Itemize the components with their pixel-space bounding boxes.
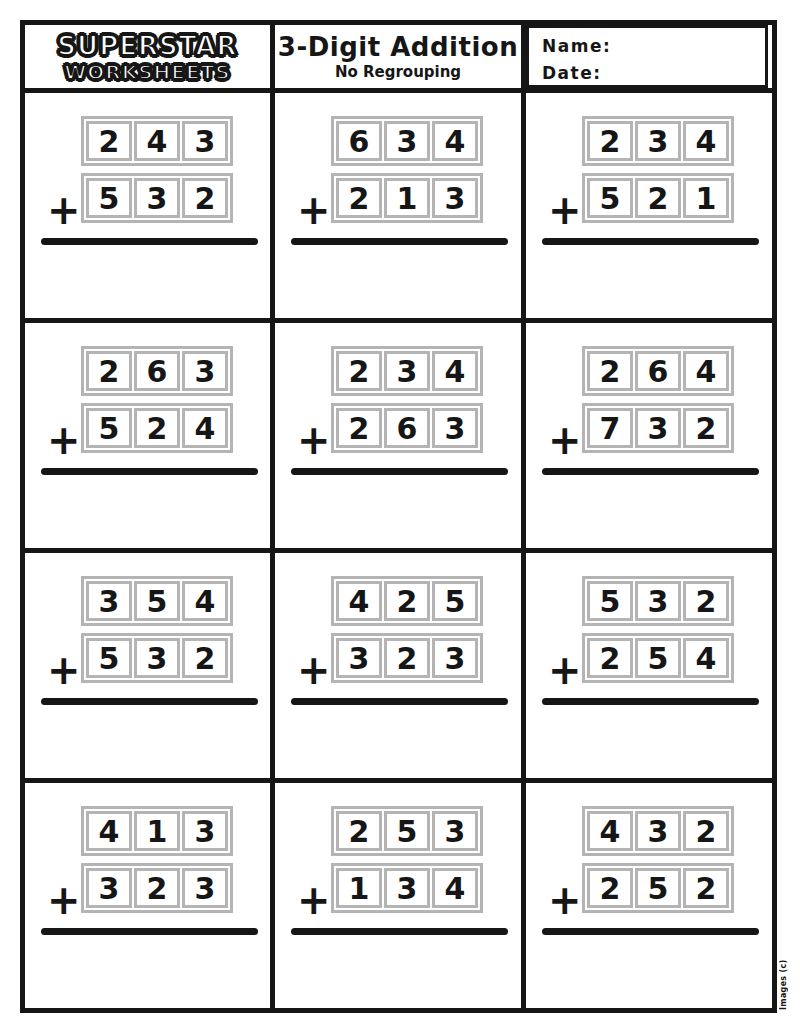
digit-cell: 3: [86, 868, 132, 908]
digit-cell: 3: [432, 178, 478, 218]
digit-cell: 2: [134, 868, 180, 908]
addition-problem: 6 3 4 2 1 3 +: [291, 116, 508, 245]
answer-line: [542, 698, 759, 705]
logo-superstar-text: SUPERSTAR: [57, 31, 237, 61]
answer-line: [41, 238, 258, 245]
addend-bottom-box: 2 5 4: [582, 633, 734, 683]
digit-cell: 4: [182, 581, 228, 621]
digit-cell: 4: [432, 121, 478, 161]
digit-cell: 2: [587, 121, 633, 161]
answer-line: [41, 928, 258, 935]
digit-cell: 5: [86, 638, 132, 678]
addend-top-box: 2 3 4: [582, 116, 734, 166]
digit-cell: 5: [86, 178, 132, 218]
digit-cell: 2: [182, 638, 228, 678]
digit-cell: 3: [384, 351, 430, 391]
answer-line: [291, 698, 508, 705]
digit-cell: 4: [683, 121, 729, 161]
name-date-block: Name: Date:: [526, 25, 772, 88]
problem-cell: 2 3 4 2 6 3 +: [275, 323, 521, 548]
digit-cell: 3: [182, 351, 228, 391]
digit-cell: 2: [683, 868, 729, 908]
problem-cell: 5 3 2 2 5 4 +: [526, 553, 772, 778]
digit-cell: 7: [587, 408, 633, 448]
digit-cell: 3: [182, 121, 228, 161]
addend-bottom-box: 7 3 2: [582, 403, 734, 453]
plus-sign: +: [548, 190, 582, 230]
digit-cell: 5: [86, 408, 132, 448]
addition-problem: 2 6 4 7 3 2 +: [542, 346, 759, 475]
answer-line: [542, 928, 759, 935]
addend-top-box: 2 5 3: [331, 806, 483, 856]
answer-line: [291, 238, 508, 245]
digit-cell: 1: [384, 178, 430, 218]
digit-cell: 2: [86, 351, 132, 391]
digit-cell: 2: [336, 408, 382, 448]
problem-cell: 6 3 4 2 1 3 +: [275, 93, 521, 318]
addition-problem: 5 3 2 2 5 4 +: [542, 576, 759, 705]
name-date-box: Name: Date:: [526, 25, 768, 88]
addition-problem: 2 4 3 5 3 2 +: [41, 116, 258, 245]
addend-top-box: 4 1 3: [81, 806, 233, 856]
answer-line: [291, 468, 508, 475]
addend-top-box: 4 2 5: [331, 576, 483, 626]
digit-cell: 3: [384, 868, 430, 908]
addition-problem: 2 5 3 1 3 4 +: [291, 806, 508, 935]
digit-cell: 6: [635, 351, 681, 391]
plus-sign: +: [47, 650, 81, 690]
plus-sign: +: [297, 650, 331, 690]
addend-bottom-box: 3 2 3: [331, 633, 483, 683]
digit-cell: 2: [134, 408, 180, 448]
plus-sign: +: [297, 190, 331, 230]
digit-cell: 1: [134, 811, 180, 851]
answer-line: [41, 698, 258, 705]
digit-cell: 3: [635, 408, 681, 448]
digit-cell: 4: [182, 408, 228, 448]
addition-problem: 2 6 3 5 2 4 +: [41, 346, 258, 475]
digit-cell: 3: [384, 121, 430, 161]
worksheet-grid: SUPERSTAR WORKSHEETS 3-Digit Addition No…: [20, 20, 777, 1013]
plus-sign: +: [47, 420, 81, 460]
digit-cell: 2: [683, 581, 729, 621]
digit-cell: 2: [587, 351, 633, 391]
problem-cell: 4 3 2 2 5 2 +: [526, 783, 772, 1008]
addend-top-box: 2 6 4: [582, 346, 734, 396]
addend-bottom-box: 5 2 1: [582, 173, 734, 223]
digit-cell: 5: [432, 581, 478, 621]
addend-bottom-box: 1 3 4: [331, 863, 483, 913]
digit-cell: 2: [683, 811, 729, 851]
addition-problem: 4 1 3 3 2 3 +: [41, 806, 258, 935]
digit-cell: 2: [336, 811, 382, 851]
digit-cell: 6: [134, 351, 180, 391]
digit-cell: 2: [587, 868, 633, 908]
worksheet-title: 3-Digit Addition: [278, 32, 518, 62]
addend-top-box: 5 3 2: [582, 576, 734, 626]
digit-cell: 3: [635, 811, 681, 851]
problem-cell: 2 6 4 7 3 2 +: [526, 323, 772, 548]
digit-cell: 2: [384, 581, 430, 621]
addend-bottom-box: 5 2 4: [81, 403, 233, 453]
digit-cell: 5: [134, 581, 180, 621]
digit-cell: 3: [432, 408, 478, 448]
problem-cell: 4 1 3 3 2 3 +: [25, 783, 270, 1008]
digit-cell: 1: [336, 868, 382, 908]
digit-cell: 5: [635, 868, 681, 908]
addition-problem: 2 3 4 2 6 3 +: [291, 346, 508, 475]
digit-cell: 3: [134, 638, 180, 678]
digit-cell: 2: [86, 121, 132, 161]
digit-cell: 3: [432, 638, 478, 678]
plus-sign: +: [297, 880, 331, 920]
answer-line: [542, 468, 759, 475]
digit-cell: 5: [635, 638, 681, 678]
digit-cell: 5: [587, 581, 633, 621]
digit-cell: 2: [587, 638, 633, 678]
digit-cell: 4: [432, 351, 478, 391]
addend-bottom-box: 2 5 2: [582, 863, 734, 913]
digit-cell: 4: [683, 638, 729, 678]
digit-cell: 3: [134, 178, 180, 218]
problem-cell: 3 5 4 5 3 2 +: [25, 553, 270, 778]
addition-problem: 4 2 5 3 2 3 +: [291, 576, 508, 705]
digit-cell: 3: [635, 581, 681, 621]
addend-bottom-box: 5 3 2: [81, 633, 233, 683]
plus-sign: +: [297, 420, 331, 460]
problem-cell: 4 2 5 3 2 3 +: [275, 553, 521, 778]
digit-cell: 5: [384, 811, 430, 851]
digit-cell: 2: [635, 178, 681, 218]
plus-sign: +: [47, 190, 81, 230]
date-label: Date:: [542, 60, 765, 87]
digit-cell: 6: [336, 121, 382, 161]
digit-cell: 3: [635, 121, 681, 161]
worksheet-subtitle: No Regrouping: [335, 63, 461, 81]
name-label: Name:: [542, 33, 765, 60]
logo: SUPERSTAR WORKSHEETS: [25, 25, 270, 88]
digit-cell: 4: [587, 811, 633, 851]
addend-top-box: 6 3 4: [331, 116, 483, 166]
addition-problem: 4 3 2 2 5 2 +: [542, 806, 759, 935]
digit-cell: 1: [683, 178, 729, 218]
digit-cell: 3: [182, 868, 228, 908]
digit-cell: 5: [587, 178, 633, 218]
digit-cell: 6: [384, 408, 430, 448]
digit-cell: 2: [384, 638, 430, 678]
addend-top-box: 2 6 3: [81, 346, 233, 396]
footer-credit: Images (c): [779, 944, 793, 1010]
problem-cell: 2 4 3 5 3 2 +: [25, 93, 270, 318]
digit-cell: 4: [134, 121, 180, 161]
plus-sign: +: [47, 880, 81, 920]
answer-line: [41, 468, 258, 475]
digit-cell: 3: [336, 638, 382, 678]
problem-cell: 2 6 3 5 2 4 +: [25, 323, 270, 548]
digit-cell: 2: [336, 351, 382, 391]
problem-cell: 2 5 3 1 3 4 +: [275, 783, 521, 1008]
plus-sign: +: [548, 650, 582, 690]
digit-cell: 4: [683, 351, 729, 391]
problem-cell: 2 3 4 5 2 1 +: [526, 93, 772, 318]
addend-top-box: 2 3 4: [331, 346, 483, 396]
addition-problem: 2 3 4 5 2 1 +: [542, 116, 759, 245]
addend-bottom-box: 2 1 3: [331, 173, 483, 223]
digit-cell: 2: [336, 178, 382, 218]
digit-cell: 2: [683, 408, 729, 448]
digit-cell: 4: [336, 581, 382, 621]
digit-cell: 2: [182, 178, 228, 218]
addition-problem: 3 5 4 5 3 2 +: [41, 576, 258, 705]
plus-sign: +: [548, 880, 582, 920]
logo-worksheets-text: WORKSHEETS: [64, 60, 230, 84]
digit-cell: 3: [432, 811, 478, 851]
title-block: 3-Digit Addition No Regrouping: [275, 25, 521, 88]
addend-bottom-box: 2 6 3: [331, 403, 483, 453]
answer-line: [291, 928, 508, 935]
addend-bottom-box: 3 2 3: [81, 863, 233, 913]
digit-cell: 4: [432, 868, 478, 908]
addend-top-box: 2 4 3: [81, 116, 233, 166]
worksheet-page: SUPERSTAR WORKSHEETS 3-Digit Addition No…: [0, 0, 800, 1035]
digit-cell: 4: [86, 811, 132, 851]
addend-bottom-box: 5 3 2: [81, 173, 233, 223]
digit-cell: 3: [86, 581, 132, 621]
answer-line: [542, 238, 759, 245]
digit-cell: 3: [182, 811, 228, 851]
plus-sign: +: [548, 420, 582, 460]
addend-top-box: 4 3 2: [582, 806, 734, 856]
addend-top-box: 3 5 4: [81, 576, 233, 626]
